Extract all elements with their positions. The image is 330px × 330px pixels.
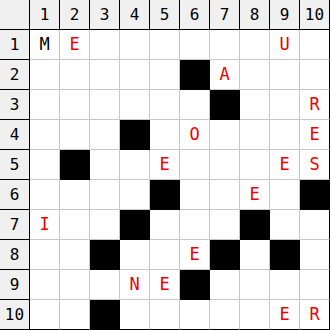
cell-r3c7-block[interactable] [210, 90, 240, 120]
cell-r4c6[interactable]: O [180, 120, 210, 150]
cell-r5c10[interactable]: S [300, 150, 330, 180]
cell-r7c7[interactable] [210, 210, 240, 240]
cell-r2c8[interactable] [240, 60, 270, 90]
cell-r1c4[interactable] [120, 30, 150, 60]
col-header-7: 7 [210, 0, 240, 30]
cell-r7c6[interactable] [180, 210, 210, 240]
cell-r9c5[interactable]: E [150, 270, 180, 300]
cell-r1c2[interactable]: E [60, 30, 90, 60]
cell-r8c3-block[interactable] [90, 240, 120, 270]
cell-r4c2[interactable] [60, 120, 90, 150]
cell-r6c8[interactable]: E [240, 180, 270, 210]
row-header-4: 4 [0, 120, 30, 150]
cell-r7c9[interactable] [270, 210, 300, 240]
cell-r9c8[interactable] [240, 270, 270, 300]
cell-r2c1[interactable] [30, 60, 60, 90]
cell-r8c6[interactable]: E [180, 240, 210, 270]
cell-r10c4[interactable] [120, 300, 150, 330]
cell-r10c2[interactable] [60, 300, 90, 330]
cell-r8c8[interactable] [240, 240, 270, 270]
cell-r3c10[interactable]: R [300, 90, 330, 120]
cell-r9c6-block[interactable] [180, 270, 210, 300]
cell-r1c3[interactable] [90, 30, 120, 60]
cell-r7c10[interactable] [300, 210, 330, 240]
cell-r2c4[interactable] [120, 60, 150, 90]
cell-r6c5-block[interactable] [150, 180, 180, 210]
cell-r1c1[interactable]: M [30, 30, 60, 60]
cell-r10c3-block[interactable] [90, 300, 120, 330]
cell-r4c5[interactable] [150, 120, 180, 150]
row-header-6: 6 [0, 180, 30, 210]
cell-r3c4[interactable] [120, 90, 150, 120]
cell-r4c4-block[interactable] [120, 120, 150, 150]
cell-r5c2-block[interactable] [60, 150, 90, 180]
cell-r1c10[interactable] [300, 30, 330, 60]
cell-r8c2[interactable] [60, 240, 90, 270]
row-header-10: 10 [0, 300, 30, 330]
cell-r10c9[interactable]: E [270, 300, 300, 330]
cell-r10c5[interactable] [150, 300, 180, 330]
col-header-6: 6 [180, 0, 210, 30]
cell-r9c2[interactable] [60, 270, 90, 300]
cell-r7c4-block[interactable] [120, 210, 150, 240]
cell-r10c10[interactable]: R [300, 300, 330, 330]
cell-r7c5[interactable] [150, 210, 180, 240]
row-header-3: 3 [0, 90, 30, 120]
cell-r9c7[interactable] [210, 270, 240, 300]
cell-r6c2[interactable] [60, 180, 90, 210]
cell-r3c6[interactable] [180, 90, 210, 120]
cell-r8c9-block[interactable] [270, 240, 300, 270]
cell-r5c9[interactable]: E [270, 150, 300, 180]
cell-r7c2[interactable] [60, 210, 90, 240]
col-header-3: 3 [90, 0, 120, 30]
col-header-9: 9 [270, 0, 300, 30]
cell-r10c8[interactable] [240, 300, 270, 330]
cell-r8c5[interactable] [150, 240, 180, 270]
cell-r6c1[interactable] [30, 180, 60, 210]
cell-r6c4[interactable] [120, 180, 150, 210]
col-header-5: 5 [150, 0, 180, 30]
cell-r1c6[interactable] [180, 30, 210, 60]
cell-r6c7[interactable] [210, 180, 240, 210]
cell-r6c9[interactable] [270, 180, 300, 210]
cell-r3c8[interactable] [240, 90, 270, 120]
cell-r3c5[interactable] [150, 90, 180, 120]
col-header-10: 10 [300, 0, 330, 30]
cell-r5c5[interactable]: E [150, 150, 180, 180]
cell-r5c8[interactable] [240, 150, 270, 180]
row-header-9: 9 [0, 270, 30, 300]
cell-r4c9[interactable] [270, 120, 300, 150]
row-header-2: 2 [0, 60, 30, 90]
cell-r10c7[interactable] [210, 300, 240, 330]
row-header-8: 8 [0, 240, 30, 270]
cell-r5c1[interactable] [30, 150, 60, 180]
cell-r3c9[interactable] [270, 90, 300, 120]
cell-r3c2[interactable] [60, 90, 90, 120]
cell-r4c8[interactable] [240, 120, 270, 150]
cell-r1c9[interactable]: U [270, 30, 300, 60]
cell-r8c10[interactable] [300, 240, 330, 270]
cell-r10c6[interactable] [180, 300, 210, 330]
cell-r2c2[interactable] [60, 60, 90, 90]
cell-r7c1[interactable]: I [30, 210, 60, 240]
cell-r8c7-block[interactable] [210, 240, 240, 270]
cell-r5c6[interactable] [180, 150, 210, 180]
cell-r2c5[interactable] [150, 60, 180, 90]
col-header-2: 2 [60, 0, 90, 30]
cell-r6c3[interactable] [90, 180, 120, 210]
corner-cell [0, 0, 30, 30]
row-header-5: 5 [0, 150, 30, 180]
cell-r1c7[interactable] [210, 30, 240, 60]
cell-r5c4[interactable] [120, 150, 150, 180]
col-header-8: 8 [240, 0, 270, 30]
col-header-4: 4 [120, 0, 150, 30]
cell-r9c4[interactable]: N [120, 270, 150, 300]
cell-r4c7[interactable] [210, 120, 240, 150]
cell-r3c3[interactable] [90, 90, 120, 120]
cell-r9c10[interactable] [300, 270, 330, 300]
cell-r10c1[interactable] [30, 300, 60, 330]
cell-r5c7[interactable] [210, 150, 240, 180]
cell-r1c5[interactable] [150, 30, 180, 60]
cell-r2c6-block[interactable] [180, 60, 210, 90]
cell-r2c10[interactable] [300, 60, 330, 90]
row-header-1: 1 [0, 30, 30, 60]
cell-r4c3[interactable] [90, 120, 120, 150]
cell-r2c3[interactable] [90, 60, 120, 90]
cell-r8c4[interactable] [120, 240, 150, 270]
cell-r5c3[interactable] [90, 150, 120, 180]
cell-r7c3[interactable] [90, 210, 120, 240]
col-header-1: 1 [30, 0, 60, 30]
cell-r6c10-block[interactable] [300, 180, 330, 210]
cell-r3c1[interactable] [30, 90, 60, 120]
cell-r2c7[interactable]: A [210, 60, 240, 90]
cell-r1c8[interactable] [240, 30, 270, 60]
cell-r7c8-block[interactable] [240, 210, 270, 240]
crossword-grid: 123456789101MEU2A3R4OE5EES6E7I8E9NE10ER [0, 0, 330, 330]
row-header-7: 7 [0, 210, 30, 240]
cell-r6c6[interactable] [180, 180, 210, 210]
cell-r8c1[interactable] [30, 240, 60, 270]
cell-r9c3[interactable] [90, 270, 120, 300]
cell-r2c9[interactable] [270, 60, 300, 90]
cell-r4c10[interactable]: E [300, 120, 330, 150]
cell-r9c9[interactable] [270, 270, 300, 300]
cell-r9c1[interactable] [30, 270, 60, 300]
cell-r4c1[interactable] [30, 120, 60, 150]
